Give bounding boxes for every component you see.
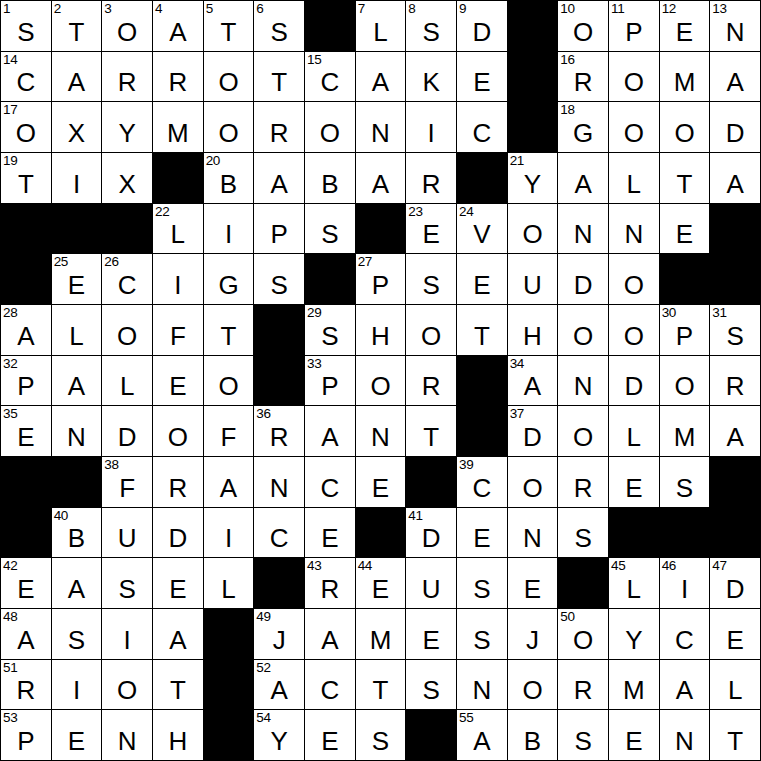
crossword-cell[interactable]: N: [660, 710, 710, 760]
cell-letter: R: [305, 576, 355, 602]
crossword-cell[interactable]: D: [153, 508, 203, 558]
clue-number: 33: [307, 356, 321, 372]
cell-letter: O: [558, 424, 608, 450]
crossword-cell[interactable]: 8S: [406, 1, 456, 51]
cell-letter: T: [52, 19, 102, 45]
crossword-cell[interactable]: 26C: [102, 254, 152, 304]
crossword-cell[interactable]: E: [305, 710, 355, 760]
crossword-cell[interactable]: O: [406, 305, 456, 355]
crossword-cell[interactable]: 23E: [406, 204, 456, 254]
clue-number: 36: [256, 406, 270, 422]
crossword-cell[interactable]: 55A: [457, 710, 507, 760]
crossword-cell[interactable]: 13N: [710, 1, 760, 51]
black-cell: [710, 457, 760, 507]
cell-letter: G: [204, 272, 254, 298]
clue-number: 21: [510, 153, 524, 169]
crossword-cell[interactable]: 40B: [52, 508, 102, 558]
cell-letter: S: [457, 627, 507, 653]
crossword-cell[interactable]: S: [406, 254, 456, 304]
crossword-cell[interactable]: O: [102, 660, 152, 710]
crossword-cell[interactable]: 35E: [1, 406, 51, 456]
crossword-cell[interactable]: B: [508, 710, 558, 760]
crossword-cell[interactable]: O: [356, 356, 406, 406]
clue-number: 2: [54, 1, 61, 17]
clue-number: 10: [560, 1, 574, 17]
crossword-cell[interactable]: O: [102, 305, 152, 355]
cell-letter: P: [1, 728, 51, 754]
crossword-cell[interactable]: O: [660, 356, 710, 406]
crossword-cell[interactable]: E: [609, 457, 659, 507]
crossword-cell[interactable]: M: [660, 52, 710, 102]
crossword-cell[interactable]: 4A: [153, 1, 203, 51]
crossword-cell[interactable]: D: [710, 102, 760, 152]
crossword-cell[interactable]: N: [254, 457, 304, 507]
crossword-cell[interactable]: M: [609, 660, 659, 710]
crossword-cell[interactable]: T: [406, 406, 456, 456]
crossword-cell[interactable]: N: [558, 204, 608, 254]
crossword-cell[interactable]: O: [204, 356, 254, 406]
crossword-cell[interactable]: I: [102, 609, 152, 659]
crossword-cell[interactable]: L: [102, 356, 152, 406]
crossword-cell[interactable]: I: [153, 254, 203, 304]
crossword-cell[interactable]: 18G: [558, 102, 608, 152]
crossword-cell[interactable]: T: [457, 305, 507, 355]
crossword-cell[interactable]: 24V: [457, 204, 507, 254]
cell-letter: N: [356, 424, 406, 450]
cell-letter: Y: [254, 728, 304, 754]
crossword-cell[interactable]: R: [102, 52, 152, 102]
cell-letter: S: [457, 576, 507, 602]
cell-letter: A: [153, 19, 203, 45]
crossword-cell[interactable]: O: [508, 457, 558, 507]
crossword-cell[interactable]: 48A: [1, 609, 51, 659]
cell-letter: N: [457, 677, 507, 703]
crossword-cell[interactable]: O: [305, 102, 355, 152]
crossword-cell[interactable]: 11P: [609, 1, 659, 51]
crossword-cell[interactable]: I: [52, 660, 102, 710]
crossword-cell[interactable]: 3O: [102, 1, 152, 51]
crossword-cell[interactable]: Y: [609, 609, 659, 659]
clue-number: 39: [459, 457, 473, 473]
cell-letter: N: [558, 373, 608, 399]
cell-letter: O: [660, 120, 710, 146]
crossword-cell[interactable]: A: [558, 153, 608, 203]
crossword-cell[interactable]: 21Y: [508, 153, 558, 203]
crossword-cell[interactable]: N: [356, 102, 406, 152]
black-cell: [52, 457, 102, 507]
crossword-cell[interactable]: S: [558, 710, 608, 760]
cell-letter: S: [406, 677, 456, 703]
crossword-cell[interactable]: 37D: [508, 406, 558, 456]
cell-letter: A: [710, 424, 760, 450]
cell-letter: N: [102, 728, 152, 754]
cell-letter: C: [305, 69, 355, 95]
crossword-cell[interactable]: L: [609, 406, 659, 456]
crossword-cell[interactable]: 1S: [1, 1, 51, 51]
crossword-cell[interactable]: N: [558, 356, 608, 406]
crossword-cell[interactable]: 9D: [457, 1, 507, 51]
crossword-cell[interactable]: S: [254, 254, 304, 304]
crossword-cell[interactable]: C: [305, 457, 355, 507]
crossword-cell[interactable]: 17O: [1, 102, 51, 152]
crossword-cell[interactable]: F: [153, 305, 203, 355]
crossword-cell[interactable]: O: [508, 660, 558, 710]
cell-letter: A: [254, 677, 304, 703]
crossword-cell[interactable]: 12E: [660, 1, 710, 51]
clue-number: 53: [3, 710, 17, 726]
crossword-cell[interactable]: E: [457, 52, 507, 102]
cell-letter: C: [305, 475, 355, 501]
clue-number: 42: [3, 558, 17, 574]
cell-letter: J: [508, 627, 558, 653]
crossword-cell[interactable]: O: [558, 305, 608, 355]
cell-letter: R: [153, 475, 203, 501]
crossword-cell[interactable]: 16R: [558, 52, 608, 102]
clue-number: 15: [307, 52, 321, 68]
cell-letter: I: [52, 171, 102, 197]
cell-letter: R: [710, 373, 760, 399]
crossword-cell[interactable]: A: [52, 52, 102, 102]
crossword-cell[interactable]: 5T: [204, 1, 254, 51]
cell-letter: M: [356, 627, 406, 653]
crossword-cell[interactable]: I: [204, 508, 254, 558]
crossword-cell[interactable]: T: [153, 660, 203, 710]
crossword-cell[interactable]: 27P: [356, 254, 406, 304]
crossword-cell[interactable]: L: [52, 305, 102, 355]
crossword-cell[interactable]: E: [153, 558, 203, 608]
clue-number: 25: [54, 254, 68, 270]
crossword-cell[interactable]: S: [660, 457, 710, 507]
crossword-cell[interactable]: E: [660, 204, 710, 254]
clue-number: 27: [358, 254, 372, 270]
black-cell: [710, 254, 760, 304]
cell-letter: A: [305, 424, 355, 450]
crossword-cell[interactable]: U: [406, 558, 456, 608]
crossword-cell[interactable]: S: [457, 609, 507, 659]
crossword-cell[interactable]: 44E: [356, 558, 406, 608]
crossword-cell[interactable]: 43R: [305, 558, 355, 608]
cell-letter: B: [508, 728, 558, 754]
cell-letter: E: [457, 272, 507, 298]
crossword-cell[interactable]: 52A: [254, 660, 304, 710]
crossword-cell[interactable]: H: [508, 305, 558, 355]
crossword-cell[interactable]: E: [609, 710, 659, 760]
crossword-cell[interactable]: S: [558, 508, 608, 558]
cell-letter: S: [305, 323, 355, 349]
black-cell: [204, 710, 254, 760]
clue-number: 54: [256, 710, 270, 726]
crossword-cell[interactable]: A: [254, 153, 304, 203]
crossword-cell[interactable]: 6S: [254, 1, 304, 51]
cell-letter: E: [406, 627, 456, 653]
crossword-cell[interactable]: T: [356, 660, 406, 710]
cell-letter: L: [609, 171, 659, 197]
crossword-cell[interactable]: D: [558, 254, 608, 304]
crossword-cell[interactable]: E: [457, 508, 507, 558]
cell-letter: S: [254, 19, 304, 45]
crossword-cell[interactable]: G: [204, 254, 254, 304]
crossword-cell[interactable]: R: [254, 102, 304, 152]
crossword-cell[interactable]: M: [660, 406, 710, 456]
crossword-cell[interactable]: A: [356, 52, 406, 102]
crossword-cell[interactable]: A: [710, 153, 760, 203]
cell-letter: R: [406, 171, 456, 197]
crossword-cell[interactable]: 47D: [710, 558, 760, 608]
crossword-cell[interactable]: A: [204, 457, 254, 507]
crossword-cell[interactable]: E: [52, 710, 102, 760]
black-cell: [609, 508, 659, 558]
crossword-cell[interactable]: D: [609, 356, 659, 406]
cell-letter: Y: [102, 120, 152, 146]
crossword-cell[interactable]: 39C: [457, 457, 507, 507]
cell-letter: H: [153, 728, 203, 754]
crossword-cell[interactable]: E: [710, 609, 760, 659]
crossword-cell[interactable]: T: [660, 153, 710, 203]
crossword-cell[interactable]: A: [356, 153, 406, 203]
black-cell: [406, 457, 456, 507]
cell-letter: R: [1, 677, 51, 703]
black-cell: [508, 102, 558, 152]
crossword-cell[interactable]: E: [305, 508, 355, 558]
cell-letter: N: [356, 120, 406, 146]
clue-number: 48: [3, 609, 17, 625]
clue-number: 12: [662, 1, 676, 17]
cell-letter: O: [558, 627, 608, 653]
cell-letter: R: [254, 424, 304, 450]
crossword-cell[interactable]: O: [609, 52, 659, 102]
crossword-cell[interactable]: 33P: [305, 356, 355, 406]
crossword-cell[interactable]: E: [457, 254, 507, 304]
crossword-cell[interactable]: R: [710, 356, 760, 406]
crossword-cell[interactable]: I: [204, 204, 254, 254]
crossword-cell[interactable]: I: [52, 153, 102, 203]
crossword-cell[interactable]: U: [508, 254, 558, 304]
clue-number: 47: [712, 558, 726, 574]
crossword-cell[interactable]: O: [204, 102, 254, 152]
cell-letter: B: [52, 525, 102, 551]
crossword-cell[interactable]: D: [102, 406, 152, 456]
crossword-cell[interactable]: 25E: [52, 254, 102, 304]
cell-letter: T: [710, 728, 760, 754]
crossword-cell[interactable]: 29S: [305, 305, 355, 355]
crossword-cell[interactable]: R: [153, 52, 203, 102]
cell-letter: L: [356, 19, 406, 45]
crossword-cell[interactable]: S: [356, 710, 406, 760]
crossword-cell[interactable]: R: [153, 457, 203, 507]
cell-letter: O: [153, 424, 203, 450]
crossword-cell[interactable]: I: [406, 102, 456, 152]
cell-letter: M: [660, 69, 710, 95]
crossword-cell[interactable]: N: [457, 660, 507, 710]
cell-letter: A: [710, 69, 760, 95]
cell-letter: N: [558, 221, 608, 247]
cell-letter: E: [710, 627, 760, 653]
clue-number: 4: [155, 1, 162, 17]
clue-number: 30: [662, 305, 676, 321]
crossword-cell[interactable]: L: [609, 153, 659, 203]
crossword-cell[interactable]: A: [710, 52, 760, 102]
black-cell: [660, 254, 710, 304]
crossword-cell[interactable]: 19T: [1, 153, 51, 203]
crossword-cell[interactable]: N: [52, 406, 102, 456]
crossword-cell[interactable]: N: [508, 508, 558, 558]
crossword-cell[interactable]: 31S: [710, 305, 760, 355]
crossword-cell[interactable]: U: [102, 508, 152, 558]
black-cell: [305, 254, 355, 304]
cell-letter: A: [305, 627, 355, 653]
crossword-cell[interactable]: K: [406, 52, 456, 102]
crossword-cell[interactable]: H: [356, 305, 406, 355]
crossword-cell[interactable]: O: [558, 406, 608, 456]
crossword-cell[interactable]: 7L: [356, 1, 406, 51]
cell-letter: E: [609, 475, 659, 501]
crossword-cell[interactable]: M: [153, 102, 203, 152]
cell-letter: O: [609, 69, 659, 95]
cell-letter: S: [558, 525, 608, 551]
cell-letter: C: [102, 272, 152, 298]
crossword-cell[interactable]: O: [660, 102, 710, 152]
cell-letter: A: [1, 323, 51, 349]
crossword-cell[interactable]: T: [710, 710, 760, 760]
cell-letter: F: [204, 424, 254, 450]
cell-letter: C: [254, 525, 304, 551]
crossword-cell[interactable]: S: [52, 609, 102, 659]
crossword-cell[interactable]: O: [508, 204, 558, 254]
crossword-cell[interactable]: Y: [102, 102, 152, 152]
crossword-cell[interactable]: 14C: [1, 52, 51, 102]
crossword-cell[interactable]: H: [153, 710, 203, 760]
crossword-cell[interactable]: O: [609, 254, 659, 304]
crossword-cell[interactable]: 28A: [1, 305, 51, 355]
crossword-cell[interactable]: A: [305, 609, 355, 659]
crossword-cell[interactable]: X: [52, 102, 102, 152]
cell-letter: S: [406, 272, 456, 298]
crossword-cell[interactable]: A: [52, 356, 102, 406]
crossword-cell[interactable]: N: [356, 406, 406, 456]
crossword-cell[interactable]: 50O: [558, 609, 608, 659]
crossword-cell[interactable]: X: [102, 153, 152, 203]
crossword-cell[interactable]: 20B: [204, 153, 254, 203]
black-cell: [558, 558, 608, 608]
crossword-cell[interactable]: A: [305, 406, 355, 456]
crossword-cell[interactable]: 32P: [1, 356, 51, 406]
crossword-cell[interactable]: 49J: [254, 609, 304, 659]
cell-letter: R: [406, 373, 456, 399]
crossword-cell[interactable]: 36R: [254, 406, 304, 456]
cell-letter: T: [1, 171, 51, 197]
crossword-cell[interactable]: O: [609, 102, 659, 152]
crossword-cell[interactable]: S: [457, 558, 507, 608]
crossword-cell[interactable]: J: [508, 609, 558, 659]
cell-letter: T: [660, 171, 710, 197]
crossword-cell[interactable]: A: [710, 406, 760, 456]
crossword-cell[interactable]: F: [204, 406, 254, 456]
clue-number: 18: [560, 102, 574, 118]
cell-letter: R: [254, 120, 304, 146]
crossword-cell[interactable]: 30P: [660, 305, 710, 355]
cell-letter: A: [356, 69, 406, 95]
cell-letter: R: [558, 677, 608, 703]
crossword-cell[interactable]: 2T: [52, 1, 102, 51]
cell-letter: E: [1, 576, 51, 602]
cell-letter: O: [609, 272, 659, 298]
cell-letter: O: [558, 19, 608, 45]
crossword-cell[interactable]: 10O: [558, 1, 608, 51]
crossword-cell[interactable]: T: [254, 52, 304, 102]
cell-letter: C: [305, 677, 355, 703]
crossword-cell[interactable]: T: [204, 305, 254, 355]
crossword-cell[interactable]: 45L: [609, 558, 659, 608]
black-cell: [457, 406, 507, 456]
crossword-cell[interactable]: 38F: [102, 457, 152, 507]
crossword-cell[interactable]: S: [406, 660, 456, 710]
crossword-cell[interactable]: O: [609, 305, 659, 355]
crossword-cell[interactable]: M: [356, 609, 406, 659]
crossword-cell[interactable]: 53P: [1, 710, 51, 760]
crossword-cell[interactable]: S: [102, 558, 152, 608]
clue-number: 32: [3, 356, 17, 372]
crossword-cell[interactable]: 22L: [153, 204, 203, 254]
crossword-cell[interactable]: O: [204, 52, 254, 102]
crossword-cell[interactable]: S: [305, 204, 355, 254]
crossword-cell[interactable]: 42E: [1, 558, 51, 608]
clue-number: 40: [54, 508, 68, 524]
crossword-cell[interactable]: E: [356, 457, 406, 507]
crossword-cell[interactable]: A: [660, 660, 710, 710]
clue-number: 26: [104, 254, 118, 270]
crossword-cell[interactable]: L: [204, 558, 254, 608]
clue-number: 51: [3, 660, 17, 676]
clue-number: 29: [307, 305, 321, 321]
cell-letter: N: [609, 221, 659, 247]
crossword-cell[interactable]: C: [660, 609, 710, 659]
crossword-cell[interactable]: 54Y: [254, 710, 304, 760]
cell-letter: F: [102, 475, 152, 501]
crossword-cell[interactable]: R: [558, 660, 608, 710]
crossword-cell[interactable]: 46I: [660, 558, 710, 608]
crossword-cell[interactable]: P: [254, 204, 304, 254]
cell-letter: R: [153, 69, 203, 95]
crossword-cell[interactable]: C: [305, 660, 355, 710]
crossword-cell[interactable]: E: [508, 558, 558, 608]
crossword-cell[interactable]: R: [406, 356, 456, 406]
crossword-cell[interactable]: A: [153, 609, 203, 659]
crossword-cell[interactable]: R: [558, 457, 608, 507]
crossword-cell[interactable]: O: [153, 406, 203, 456]
cell-letter: E: [1, 424, 51, 450]
clue-number: 49: [256, 609, 270, 625]
crossword-cell[interactable]: R: [406, 153, 456, 203]
crossword-cell[interactable]: 41D: [406, 508, 456, 558]
crossword-cell[interactable]: L: [710, 660, 760, 710]
black-cell: [1, 457, 51, 507]
cell-letter: S: [305, 221, 355, 247]
crossword-cell[interactable]: 51R: [1, 660, 51, 710]
crossword-cell[interactable]: C: [254, 508, 304, 558]
crossword-cell[interactable]: B: [305, 153, 355, 203]
crossword-cell[interactable]: E: [153, 356, 203, 406]
crossword-cell[interactable]: C: [457, 102, 507, 152]
cell-letter: C: [457, 120, 507, 146]
crossword-cell[interactable]: N: [102, 710, 152, 760]
crossword-cell[interactable]: 15C: [305, 52, 355, 102]
crossword-cell[interactable]: A: [52, 558, 102, 608]
crossword-cell[interactable]: N: [609, 204, 659, 254]
crossword-cell[interactable]: E: [406, 609, 456, 659]
clue-number: 31: [712, 305, 726, 321]
cell-letter: P: [254, 221, 304, 247]
crossword-cell[interactable]: 34A: [508, 356, 558, 406]
